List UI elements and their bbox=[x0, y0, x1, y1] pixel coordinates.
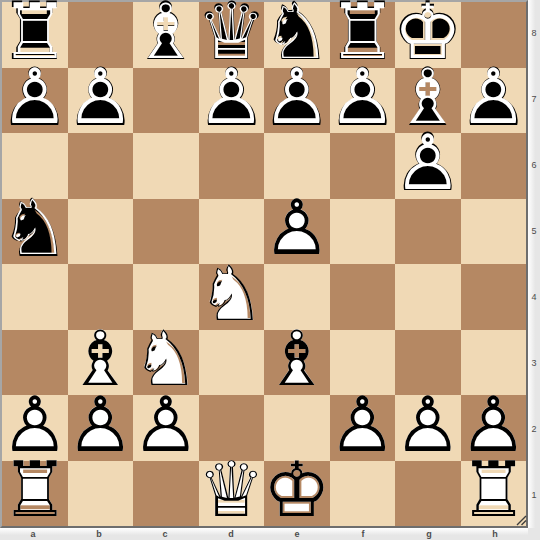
piece-white-knight[interactable]: ♞♘ bbox=[199, 264, 265, 330]
square-g4[interactable] bbox=[395, 264, 461, 330]
piece-outline-glyph: ♙ bbox=[199, 65, 265, 131]
square-h4[interactable] bbox=[461, 264, 527, 330]
piece-white-rook[interactable]: ♜♖ bbox=[2, 461, 68, 527]
label-corner bbox=[528, 528, 540, 540]
square-d7[interactable]: ♟♙ bbox=[199, 68, 265, 134]
square-b2[interactable]: ♟♙ bbox=[68, 395, 134, 461]
square-b6[interactable] bbox=[68, 133, 134, 199]
square-a7[interactable]: ♟♙ bbox=[2, 68, 68, 134]
square-e7[interactable]: ♟♙ bbox=[264, 68, 330, 134]
file-label-d: d bbox=[198, 528, 264, 540]
square-b1[interactable] bbox=[68, 461, 134, 527]
piece-white-pawn[interactable]: ♟♙ bbox=[133, 395, 199, 461]
square-h7[interactable]: ♟♙ bbox=[461, 68, 527, 134]
piece-black-knight[interactable]: ♞♘ bbox=[2, 199, 68, 265]
piece-outline-glyph: ♙ bbox=[2, 65, 68, 131]
square-f5[interactable] bbox=[330, 199, 396, 265]
piece-outline-glyph: ♙ bbox=[133, 392, 199, 458]
square-c8[interactable]: ♝♗ bbox=[133, 2, 199, 68]
piece-white-pawn[interactable]: ♟♙ bbox=[68, 395, 134, 461]
square-a4[interactable] bbox=[2, 264, 68, 330]
square-c1[interactable] bbox=[133, 461, 199, 527]
square-b5[interactable] bbox=[68, 199, 134, 265]
rank-label-8: 8 bbox=[528, 0, 540, 66]
square-d3[interactable] bbox=[199, 330, 265, 396]
square-h5[interactable] bbox=[461, 199, 527, 265]
piece-black-pawn[interactable]: ♟♙ bbox=[330, 68, 396, 134]
rank-label-3: 3 bbox=[528, 330, 540, 396]
square-f7[interactable]: ♟♙ bbox=[330, 68, 396, 134]
file-label-a: a bbox=[0, 528, 66, 540]
square-c6[interactable] bbox=[133, 133, 199, 199]
square-e1[interactable]: ♚♔ bbox=[264, 461, 330, 527]
piece-white-queen[interactable]: ♛♕ bbox=[199, 461, 265, 527]
square-c2[interactable]: ♟♙ bbox=[133, 395, 199, 461]
rank-label-6: 6 bbox=[528, 132, 540, 198]
piece-outline-glyph: ♘ bbox=[2, 196, 68, 262]
file-label-c: c bbox=[132, 528, 198, 540]
piece-outline-glyph: ♙ bbox=[330, 65, 396, 131]
square-g1[interactable] bbox=[395, 461, 461, 527]
piece-outline-glyph: ♔ bbox=[264, 458, 330, 524]
square-g6[interactable]: ♟♙ bbox=[395, 133, 461, 199]
piece-white-pawn[interactable]: ♟♙ bbox=[330, 395, 396, 461]
piece-white-pawn[interactable]: ♟♙ bbox=[395, 395, 461, 461]
square-d4[interactable]: ♞♘ bbox=[199, 264, 265, 330]
piece-outline-glyph: ♙ bbox=[68, 392, 134, 458]
rank-label-5: 5 bbox=[528, 198, 540, 264]
square-f2[interactable]: ♟♙ bbox=[330, 395, 396, 461]
piece-outline-glyph: ♙ bbox=[395, 130, 461, 196]
square-e5[interactable]: ♟♙ bbox=[264, 199, 330, 265]
rank-label-7: 7 bbox=[528, 66, 540, 132]
square-c7[interactable] bbox=[133, 68, 199, 134]
piece-black-pawn[interactable]: ♟♙ bbox=[395, 133, 461, 199]
piece-outline-glyph: ♖ bbox=[2, 458, 68, 524]
piece-black-pawn[interactable]: ♟♙ bbox=[264, 68, 330, 134]
square-e3[interactable]: ♝♗ bbox=[264, 330, 330, 396]
piece-outline-glyph: ♕ bbox=[199, 458, 265, 524]
file-label-h: h bbox=[462, 528, 528, 540]
square-f4[interactable] bbox=[330, 264, 396, 330]
square-a1[interactable]: ♜♖ bbox=[2, 461, 68, 527]
square-d6[interactable] bbox=[199, 133, 265, 199]
board: ♜♖♝♗♛♕♞♘♜♖♚♔♟♙♟♙♟♙♟♙♟♙♝♗♟♙♟♙♞♘♟♙♞♘♝♗♞♘♝♗… bbox=[0, 0, 528, 528]
square-f1[interactable] bbox=[330, 461, 396, 527]
piece-white-king[interactable]: ♚♔ bbox=[264, 461, 330, 527]
square-d1[interactable]: ♛♕ bbox=[199, 461, 265, 527]
piece-white-pawn[interactable]: ♟♙ bbox=[264, 199, 330, 265]
piece-outline-glyph: ♙ bbox=[461, 65, 527, 131]
piece-outline-glyph: ♙ bbox=[264, 65, 330, 131]
rank-label-2: 2 bbox=[528, 396, 540, 462]
square-b7[interactable]: ♟♙ bbox=[68, 68, 134, 134]
square-a5[interactable]: ♞♘ bbox=[2, 199, 68, 265]
piece-outline-glyph: ♗ bbox=[133, 0, 199, 65]
piece-white-bishop[interactable]: ♝♗ bbox=[264, 330, 330, 396]
file-label-e: e bbox=[264, 528, 330, 540]
piece-black-pawn[interactable]: ♟♙ bbox=[68, 68, 134, 134]
rank-label-4: 4 bbox=[528, 264, 540, 330]
file-labels: abcdefgh bbox=[0, 528, 528, 540]
piece-outline-glyph: ♘ bbox=[199, 261, 265, 327]
piece-black-pawn[interactable]: ♟♙ bbox=[2, 68, 68, 134]
piece-outline-glyph: ♙ bbox=[330, 392, 396, 458]
piece-outline-glyph: ♙ bbox=[68, 65, 134, 131]
piece-outline-glyph: ♙ bbox=[395, 392, 461, 458]
piece-black-bishop[interactable]: ♝♗ bbox=[133, 2, 199, 68]
square-g2[interactable]: ♟♙ bbox=[395, 395, 461, 461]
file-label-f: f bbox=[330, 528, 396, 540]
file-label-b: b bbox=[66, 528, 132, 540]
chess-board-widget: ♜♖♝♗♛♕♞♘♜♖♚♔♟♙♟♙♟♙♟♙♟♙♝♗♟♙♟♙♞♘♟♙♞♘♝♗♞♘♝♗… bbox=[0, 0, 540, 540]
square-g5[interactable] bbox=[395, 199, 461, 265]
rank-labels: 87654321 bbox=[528, 0, 540, 528]
square-f6[interactable] bbox=[330, 133, 396, 199]
piece-outline-glyph: ♙ bbox=[264, 196, 330, 262]
piece-outline-glyph: ♗ bbox=[264, 327, 330, 393]
square-h6[interactable] bbox=[461, 133, 527, 199]
file-label-g: g bbox=[396, 528, 462, 540]
piece-black-pawn[interactable]: ♟♙ bbox=[199, 68, 265, 134]
square-c5[interactable] bbox=[133, 199, 199, 265]
rank-label-1: 1 bbox=[528, 462, 540, 528]
resize-grip-icon[interactable] bbox=[514, 513, 527, 526]
piece-black-pawn[interactable]: ♟♙ bbox=[461, 68, 527, 134]
